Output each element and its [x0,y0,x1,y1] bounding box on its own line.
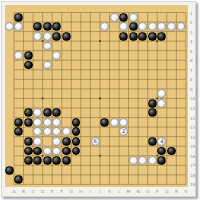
black-stone[interactable] [43,22,52,31]
board-intersection[interactable] [148,175,158,185]
board-intersection[interactable] [176,146,186,156]
board-intersection[interactable] [24,118,34,128]
board-intersection[interactable] [148,156,158,166]
black-stone[interactable] [43,108,52,117]
board-intersection[interactable] [100,118,110,128]
board-intersection[interactable] [176,156,186,166]
board-intersection[interactable] [176,32,186,42]
board-intersection[interactable] [14,13,24,23]
black-stone[interactable] [24,147,33,156]
board-intersection[interactable] [167,146,177,156]
board-intersection[interactable] [14,118,24,128]
board-intersection[interactable] [62,89,72,99]
board-intersection[interactable] [109,99,119,109]
board-intersection[interactable] [167,79,177,89]
board-intersection[interactable] [100,3,110,13]
board-intersection[interactable] [90,22,100,32]
black-stone[interactable] [148,99,157,108]
board-intersection[interactable] [167,175,177,185]
board-intersection[interactable] [90,3,100,13]
white-stone[interactable] [110,118,119,127]
board-intersection[interactable] [71,156,81,166]
board-intersection[interactable] [148,13,158,23]
board-intersection[interactable] [129,22,139,32]
white-stone[interactable] [52,51,61,60]
board-intersection[interactable] [119,99,129,109]
board-intersection[interactable] [4,118,14,128]
black-stone[interactable] [148,137,157,146]
board-intersection[interactable] [129,41,139,51]
board-intersection[interactable] [52,175,62,185]
board-intersection[interactable] [138,32,148,42]
black-stone[interactable] [14,118,23,127]
board-intersection[interactable] [14,89,24,99]
black-stone[interactable] [167,147,176,156]
board-intersection[interactable] [167,41,177,51]
board-intersection[interactable] [71,3,81,13]
board-intersection[interactable] [100,60,110,70]
board-intersection[interactable] [167,127,177,137]
board-intersection[interactable] [4,137,14,147]
board-intersection[interactable] [71,41,81,51]
board-intersection[interactable] [81,175,91,185]
board-intersection[interactable] [62,156,72,166]
black-stone[interactable] [24,156,33,165]
board-intersection[interactable] [33,137,43,147]
board-intersection[interactable] [90,108,100,118]
white-stone[interactable] [52,147,61,156]
white-stone[interactable] [62,127,71,136]
board-intersection[interactable] [90,51,100,61]
board-intersection[interactable] [157,13,167,23]
board-intersection[interactable] [129,108,139,118]
board-intersection[interactable] [71,99,81,109]
board-intersection[interactable] [4,79,14,89]
white-stone[interactable]: 6 [91,137,100,146]
board-intersection[interactable] [167,108,177,118]
board-intersection[interactable] [119,70,129,80]
board-intersection[interactable]: 4 [157,137,167,147]
board-intersection[interactable] [129,165,139,175]
board-intersection[interactable]: 6 [90,137,100,147]
board-intersection[interactable] [167,60,177,70]
board-intersection[interactable] [138,137,148,147]
board-intersection[interactable] [157,175,167,185]
board-intersection[interactable] [176,70,186,80]
board-intersection[interactable] [43,22,53,32]
board-intersection[interactable] [33,60,43,70]
board-intersection[interactable] [100,70,110,80]
board-intersection[interactable] [109,41,119,51]
board-intersection[interactable] [52,146,62,156]
board-intersection[interactable] [119,108,129,118]
board-intersection[interactable] [24,127,34,137]
board-intersection[interactable] [90,146,100,156]
board-intersection[interactable] [148,70,158,80]
board-intersection[interactable] [62,13,72,23]
board-intersection[interactable] [14,70,24,80]
board-intersection[interactable] [176,22,186,32]
board-intersection[interactable] [62,51,72,61]
board-intersection[interactable] [62,165,72,175]
board-intersection[interactable] [109,146,119,156]
black-stone[interactable] [157,147,166,156]
board-intersection[interactable] [4,60,14,70]
board-intersection[interactable] [62,146,72,156]
board-intersection[interactable] [119,146,129,156]
board-intersection[interactable] [4,51,14,61]
board-intersection[interactable] [119,32,129,42]
board-intersection[interactable] [176,108,186,118]
board-intersection[interactable] [43,79,53,89]
board-intersection[interactable] [148,41,158,51]
board-intersection[interactable] [119,51,129,61]
black-stone[interactable] [119,32,128,41]
board-intersection[interactable] [148,22,158,32]
board-intersection[interactable] [4,146,14,156]
board-intersection[interactable] [4,32,14,42]
board-intersection[interactable] [167,156,177,166]
board-intersection[interactable]: 2 [119,127,129,137]
board-intersection[interactable] [100,175,110,185]
white-stone[interactable] [52,118,61,127]
board-intersection[interactable] [62,79,72,89]
black-stone[interactable] [33,22,42,31]
board-intersection[interactable] [33,51,43,61]
white-stone[interactable] [177,22,186,31]
board-intersection[interactable] [176,89,186,99]
board-intersection[interactable] [109,118,119,128]
board-intersection[interactable] [157,165,167,175]
board-intersection[interactable] [4,156,14,166]
board-intersection[interactable] [43,175,53,185]
board-intersection[interactable] [167,137,177,147]
board-intersection[interactable] [138,127,148,137]
black-stone[interactable] [100,118,109,127]
board-intersection[interactable] [138,118,148,128]
board-intersection[interactable] [71,137,81,147]
board-intersection[interactable] [167,70,177,80]
white-stone[interactable] [43,118,52,127]
board-intersection[interactable] [81,146,91,156]
black-stone[interactable] [5,166,14,175]
board-intersection[interactable] [138,22,148,32]
board-intersection[interactable] [109,70,119,80]
board-intersection[interactable] [129,32,139,42]
black-stone[interactable] [52,108,61,117]
board-intersection[interactable] [129,3,139,13]
board-intersection[interactable] [33,3,43,13]
white-stone[interactable]: 4 [157,137,166,146]
black-stone[interactable] [62,32,71,41]
board-intersection[interactable] [24,156,34,166]
board-intersection[interactable] [24,13,34,23]
board-intersection[interactable] [43,13,53,23]
white-stone[interactable] [138,22,147,31]
board-intersection[interactable] [176,99,186,109]
board-intersection[interactable] [109,32,119,42]
board-intersection[interactable] [14,146,24,156]
board-intersection[interactable] [24,165,34,175]
board-intersection[interactable] [33,22,43,32]
board-intersection[interactable] [52,156,62,166]
board-intersection[interactable] [4,41,14,51]
board-intersection[interactable] [24,108,34,118]
board-intersection[interactable] [148,32,158,42]
board-intersection[interactable] [100,13,110,23]
board-intersection[interactable] [33,89,43,99]
board-intersection[interactable] [71,108,81,118]
board-intersection[interactable] [109,108,119,118]
board-intersection[interactable] [81,3,91,13]
board-intersection[interactable] [4,13,14,23]
black-stone[interactable] [33,147,42,156]
board-intersection[interactable] [138,146,148,156]
board-intersection[interactable] [71,146,81,156]
board-intersection[interactable] [176,137,186,147]
board-intersection[interactable] [109,51,119,61]
white-stone[interactable] [43,127,52,136]
board-intersection[interactable] [109,89,119,99]
board-intersection[interactable] [100,146,110,156]
board-intersection[interactable] [167,118,177,128]
board-intersection[interactable] [138,79,148,89]
board-intersection[interactable] [62,70,72,80]
board-intersection[interactable] [62,3,72,13]
black-stone[interactable] [24,61,33,70]
black-stone[interactable] [72,137,81,146]
black-stone[interactable] [138,32,147,41]
board-intersection[interactable] [43,70,53,80]
board-intersection[interactable] [129,146,139,156]
board-intersection[interactable] [4,89,14,99]
board-intersection[interactable] [90,13,100,23]
board-intersection[interactable] [43,146,53,156]
board-intersection[interactable] [100,89,110,99]
board-intersection[interactable] [62,99,72,109]
board-intersection[interactable] [81,137,91,147]
board-intersection[interactable] [24,60,34,70]
board-intersection[interactable] [52,108,62,118]
black-stone[interactable] [43,156,52,165]
white-stone[interactable] [33,137,42,146]
board-intersection[interactable] [52,127,62,137]
board-intersection[interactable] [90,70,100,80]
board-intersection[interactable] [100,41,110,51]
board-intersection[interactable] [176,127,186,137]
board-intersection[interactable] [52,41,62,51]
white-stone[interactable] [14,22,23,31]
board-intersection[interactable] [148,99,158,109]
board-intersection[interactable] [14,79,24,89]
board-intersection[interactable] [14,108,24,118]
board-intersection[interactable] [90,156,100,166]
black-stone[interactable] [72,127,81,136]
board-intersection[interactable] [157,32,167,42]
board-intersection[interactable] [109,127,119,137]
board-intersection[interactable] [119,137,129,147]
board-intersection[interactable] [43,137,53,147]
board-intersection[interactable] [33,41,43,51]
board-intersection[interactable] [148,118,158,128]
board-intersection[interactable] [43,60,53,70]
board-intersection[interactable] [129,60,139,70]
white-stone[interactable] [157,22,166,31]
board-intersection[interactable] [138,165,148,175]
board-intersection[interactable] [119,165,129,175]
board-intersection[interactable] [14,137,24,147]
black-stone[interactable] [119,13,128,22]
board-intersection[interactable] [81,165,91,175]
white-stone[interactable] [148,156,157,165]
board-intersection[interactable] [148,137,158,147]
board-intersection[interactable] [138,89,148,99]
board-intersection[interactable] [4,3,14,13]
board-intersection[interactable] [119,13,129,23]
board-intersection[interactable] [100,108,110,118]
board-intersection[interactable] [81,108,91,118]
black-stone[interactable] [52,32,61,41]
board-intersection[interactable] [43,127,53,137]
board-intersection[interactable] [100,32,110,42]
board-intersection[interactable] [71,70,81,80]
board-intersection[interactable] [43,41,53,51]
board-intersection[interactable] [119,41,129,51]
black-stone[interactable] [14,175,23,184]
board-intersection[interactable] [24,70,34,80]
board-intersection[interactable] [129,118,139,128]
board-intersection[interactable] [24,3,34,13]
board-intersection[interactable] [129,137,139,147]
black-stone[interactable] [72,118,81,127]
black-stone[interactable] [24,108,33,117]
board-intersection[interactable] [71,89,81,99]
white-stone[interactable] [43,32,52,41]
board-intersection[interactable] [157,146,167,156]
black-stone[interactable] [62,147,71,156]
board-intersection[interactable] [167,165,177,175]
board-intersection[interactable] [100,156,110,166]
white-stone[interactable] [129,13,138,22]
board-intersection[interactable] [167,99,177,109]
board-intersection[interactable] [148,3,158,13]
board-intersection[interactable] [62,137,72,147]
board-intersection[interactable] [14,41,24,51]
board-intersection[interactable] [14,175,24,185]
board-intersection[interactable] [43,165,53,175]
board-intersection[interactable] [90,175,100,185]
board-intersection[interactable] [129,70,139,80]
board-intersection[interactable] [148,127,158,137]
board-intersection[interactable] [109,156,119,166]
white-stone[interactable] [33,108,42,117]
board-intersection[interactable] [33,156,43,166]
board-intersection[interactable] [71,165,81,175]
board-intersection[interactable] [176,41,186,51]
board-intersection[interactable] [157,51,167,61]
board-intersection[interactable] [62,41,72,51]
board-intersection[interactable] [62,32,72,42]
board-intersection[interactable] [109,3,119,13]
board-intersection[interactable] [90,127,100,137]
board-intersection[interactable] [52,79,62,89]
board-intersection[interactable] [71,79,81,89]
board-intersection[interactable] [167,32,177,42]
board-intersection[interactable] [71,13,81,23]
board-intersection[interactable] [138,99,148,109]
board-intersection[interactable] [100,137,110,147]
board-intersection[interactable] [33,165,43,175]
board-intersection[interactable] [157,118,167,128]
black-stone[interactable] [72,147,81,156]
white-stone[interactable] [33,32,42,41]
board-intersection[interactable] [119,60,129,70]
white-stone[interactable] [167,22,176,31]
board-intersection[interactable] [4,127,14,137]
board-intersection[interactable] [157,99,167,109]
board-intersection[interactable] [4,22,14,32]
board-intersection[interactable] [138,156,148,166]
black-stone[interactable] [24,51,33,60]
board-intersection[interactable] [157,79,167,89]
white-stone[interactable] [148,22,157,31]
board-intersection[interactable] [148,60,158,70]
board-intersection[interactable] [148,165,158,175]
board-intersection[interactable] [138,51,148,61]
board-intersection[interactable] [157,60,167,70]
white-stone[interactable] [33,118,42,127]
board-intersection[interactable] [52,51,62,61]
white-stone[interactable] [129,156,138,165]
board-intersection[interactable] [33,99,43,109]
board-intersection[interactable] [71,127,81,137]
board-intersection[interactable] [90,118,100,128]
white-stone[interactable] [110,13,119,22]
board-intersection[interactable] [71,175,81,185]
board-intersection[interactable] [71,51,81,61]
board-intersection[interactable] [62,60,72,70]
white-stone[interactable] [33,127,42,136]
board-intersection[interactable] [4,108,14,118]
board-intersection[interactable] [148,89,158,99]
board-intersection[interactable] [176,51,186,61]
board-intersection[interactable] [62,175,72,185]
board-intersection[interactable] [90,41,100,51]
board-intersection[interactable] [119,118,129,128]
board-intersection[interactable] [100,79,110,89]
board-intersection[interactable] [138,108,148,118]
board-intersection[interactable] [43,89,53,99]
board-intersection[interactable] [52,70,62,80]
board-intersection[interactable] [148,79,158,89]
board-intersection[interactable] [81,70,91,80]
board-intersection[interactable] [14,127,24,137]
board-intersection[interactable] [24,175,34,185]
board-intersection[interactable] [119,175,129,185]
board-intersection[interactable] [109,137,119,147]
board-intersection[interactable] [43,32,53,42]
board-intersection[interactable] [52,22,62,32]
board-intersection[interactable] [176,3,186,13]
white-stone[interactable] [52,127,61,136]
board-intersection[interactable] [52,89,62,99]
board-intersection[interactable] [71,60,81,70]
black-stone[interactable] [62,156,71,165]
black-stone[interactable] [52,156,61,165]
board-intersection[interactable] [157,127,167,137]
board-intersection[interactable] [43,156,53,166]
black-stone[interactable] [62,137,71,146]
